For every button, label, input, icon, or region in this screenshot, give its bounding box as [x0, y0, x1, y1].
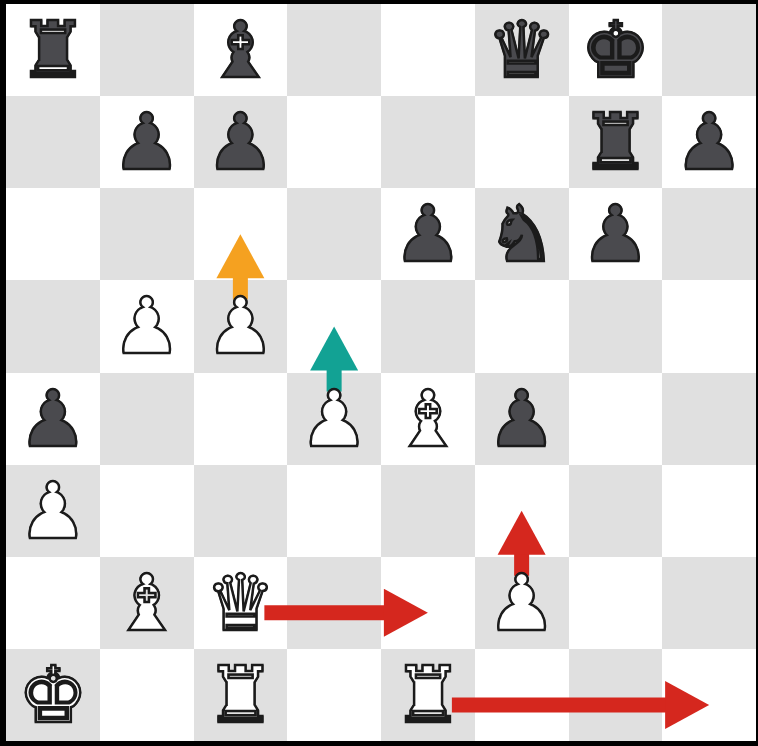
square-g1[interactable] [569, 649, 663, 741]
square-d5[interactable] [287, 280, 381, 372]
square-g3[interactable] [569, 465, 663, 557]
square-f7[interactable] [475, 96, 569, 188]
square-a5[interactable] [6, 280, 100, 372]
square-d1[interactable] [287, 649, 381, 741]
square-b4[interactable] [100, 373, 194, 465]
square-h6[interactable] [662, 188, 756, 280]
square-b1[interactable] [100, 649, 194, 741]
white-rook[interactable]: ♜ [194, 649, 288, 741]
black-queen[interactable]: ♛ [475, 4, 569, 96]
square-d2[interactable] [287, 557, 381, 649]
square-e8[interactable] [381, 4, 475, 96]
square-c4[interactable] [194, 373, 288, 465]
square-a2[interactable] [6, 557, 100, 649]
white-pawn[interactable]: ♟ [6, 465, 100, 557]
black-pawn[interactable]: ♟ [381, 188, 475, 280]
white-pawn[interactable]: ♟ [100, 280, 194, 372]
square-d7[interactable] [287, 96, 381, 188]
white-king[interactable]: ♚ [6, 649, 100, 741]
square-c6[interactable] [194, 188, 288, 280]
square-f1[interactable] [475, 649, 569, 741]
black-rook[interactable]: ♜ [569, 96, 663, 188]
square-h5[interactable] [662, 280, 756, 372]
square-e7[interactable] [381, 96, 475, 188]
square-h4[interactable] [662, 373, 756, 465]
square-a7[interactable] [6, 96, 100, 188]
square-b3[interactable] [100, 465, 194, 557]
chess-board-diagram: ♜♝♛♚♟♟♜♟♟♞♟♟♟♟♟♝♟♟♝♛♟♚♜♜ [0, 0, 758, 746]
black-pawn[interactable]: ♟ [100, 96, 194, 188]
white-pawn[interactable]: ♟ [475, 557, 569, 649]
square-g2[interactable] [569, 557, 663, 649]
black-bishop[interactable]: ♝ [194, 4, 288, 96]
square-e2[interactable] [381, 557, 475, 649]
square-h3[interactable] [662, 465, 756, 557]
black-rook[interactable]: ♜ [6, 4, 100, 96]
square-e3[interactable] [381, 465, 475, 557]
square-c3[interactable] [194, 465, 288, 557]
square-g4[interactable] [569, 373, 663, 465]
square-f5[interactable] [475, 280, 569, 372]
black-king[interactable]: ♚ [569, 4, 663, 96]
white-bishop[interactable]: ♝ [381, 373, 475, 465]
square-b8[interactable] [100, 4, 194, 96]
black-knight[interactable]: ♞ [475, 188, 569, 280]
square-g5[interactable] [569, 280, 663, 372]
square-e5[interactable] [381, 280, 475, 372]
white-rook[interactable]: ♜ [381, 649, 475, 741]
black-pawn[interactable]: ♟ [569, 188, 663, 280]
square-h1[interactable] [662, 649, 756, 741]
square-a6[interactable] [6, 188, 100, 280]
white-queen[interactable]: ♛ [194, 557, 288, 649]
square-h8[interactable] [662, 4, 756, 96]
white-pawn[interactable]: ♟ [194, 280, 288, 372]
square-d3[interactable] [287, 465, 381, 557]
black-pawn[interactable]: ♟ [662, 96, 756, 188]
square-b6[interactable] [100, 188, 194, 280]
square-f3[interactable] [475, 465, 569, 557]
black-pawn[interactable]: ♟ [475, 373, 569, 465]
white-bishop[interactable]: ♝ [100, 557, 194, 649]
square-h2[interactable] [662, 557, 756, 649]
square-d6[interactable] [287, 188, 381, 280]
black-pawn[interactable]: ♟ [194, 96, 288, 188]
black-pawn[interactable]: ♟ [6, 373, 100, 465]
white-pawn[interactable]: ♟ [287, 373, 381, 465]
square-d8[interactable] [287, 4, 381, 96]
